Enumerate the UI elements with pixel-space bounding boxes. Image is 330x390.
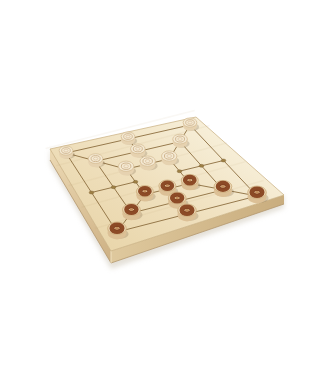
empty-point-e4[interactable]: [177, 170, 182, 173]
piece-center-dot: [185, 209, 189, 211]
piece-center-dot: [130, 208, 134, 210]
product-photo-canvas: [0, 0, 330, 390]
empty-point-b4[interactable]: [111, 186, 116, 189]
piece-center-dot: [188, 179, 191, 181]
piece-center-dot: [143, 190, 146, 192]
piece-center-dot: [115, 227, 119, 229]
piece-center-dot: [175, 197, 179, 199]
empty-point-f4[interactable]: [199, 164, 204, 167]
piece-center-dot: [221, 185, 225, 187]
empty-point-a4[interactable]: [89, 191, 94, 194]
empty-point-g4[interactable]: [221, 159, 226, 162]
empty-point-c4[interactable]: [133, 180, 138, 183]
piece-center-dot: [255, 191, 259, 193]
nine-mens-morris-board-photo: [0, 0, 330, 390]
piece-center-dot: [166, 185, 169, 187]
